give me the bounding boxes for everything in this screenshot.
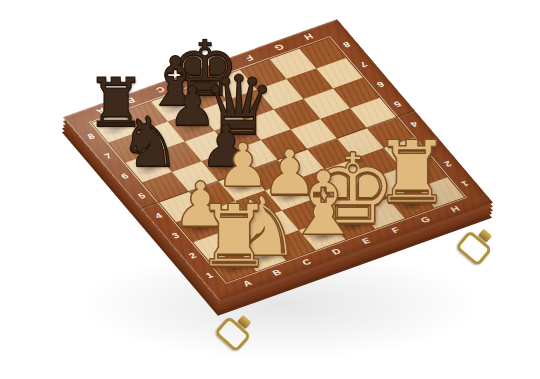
piece-glyph: ♜ bbox=[196, 193, 273, 279]
square-d1: ♝ bbox=[299, 220, 346, 250]
product-photo-stage: ABCDEFGH8♜♝♚87♟76♞♛65♟54♟43♟♟3221♜♞♝♚♜1A… bbox=[0, 0, 540, 379]
square-a1: ♜ bbox=[210, 251, 257, 281]
square-a6: ♞ bbox=[125, 152, 172, 182]
piece-glyph: ♞ bbox=[119, 108, 181, 177]
